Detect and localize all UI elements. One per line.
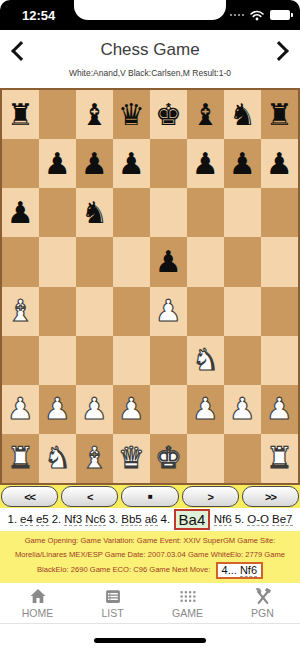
- move-link[interactable]: e4: [20, 513, 33, 526]
- move-link[interactable]: a6: [145, 513, 158, 526]
- square-d8[interactable]: ♛: [113, 90, 150, 139]
- piece-n: ♞: [81, 198, 108, 228]
- square-a2[interactable]: ♟: [2, 385, 39, 434]
- piece-p: ♟: [44, 149, 71, 179]
- square-f4[interactable]: [187, 287, 224, 336]
- square-b8[interactable]: [39, 90, 76, 139]
- piece-p: ♟: [155, 247, 182, 277]
- game-info-box: Game Opening: Game Variation: Game Event…: [0, 531, 300, 583]
- square-g1[interactable]: [224, 434, 261, 483]
- first-move-button[interactable]: <<: [1, 486, 58, 507]
- square-c3[interactable]: [76, 336, 113, 385]
- square-g4[interactable]: [224, 287, 261, 336]
- playback-controls: <<<■>>>: [0, 485, 300, 508]
- piece-P: ♟: [229, 394, 256, 424]
- piece-p: ♟: [118, 149, 145, 179]
- piece-P: ♟: [7, 394, 34, 424]
- app-screen: 12:54 Chess Game White:Anand,V Black:Car…: [0, 0, 300, 649]
- square-a5[interactable]: [2, 237, 39, 286]
- piece-p: ♟: [81, 149, 108, 179]
- square-e6[interactable]: [150, 188, 187, 237]
- square-f3[interactable]: ♞: [187, 336, 224, 385]
- square-h3[interactable]: [261, 336, 298, 385]
- notch: [74, 0, 226, 20]
- square-b4[interactable]: [39, 287, 76, 336]
- square-e4[interactable]: ♟: [150, 287, 187, 336]
- piece-p: ♟: [266, 149, 293, 179]
- tab-label: GAME: [172, 607, 203, 619]
- square-h4[interactable]: [261, 287, 298, 336]
- piece-r: ♜: [266, 100, 293, 130]
- piece-P: ♟: [192, 394, 219, 424]
- square-d3[interactable]: [113, 336, 150, 385]
- players-line: White:Anand,V Black:Carlsen,M Result:1-0: [0, 68, 300, 78]
- tools-icon: [254, 588, 272, 605]
- tab-game[interactable]: GAME: [150, 588, 225, 619]
- square-e7[interactable]: [150, 139, 187, 188]
- info-line: Morelia/Linares MEX/ESP Game Date: 2007.…: [6, 548, 294, 562]
- piece-P: ♟: [81, 394, 108, 424]
- tab-bar-divider: [0, 623, 300, 624]
- current-move[interactable]: Ba4: [174, 509, 211, 530]
- move-link[interactable]: Nf3: [64, 513, 82, 526]
- tab-label: HOME: [22, 607, 54, 619]
- square-h8[interactable]: ♜: [261, 90, 298, 139]
- move-link[interactable]: e5: [36, 513, 49, 526]
- move-number: 3.: [109, 513, 119, 525]
- nav-bar: Chess Game: [0, 36, 300, 64]
- square-c1[interactable]: ♝: [76, 434, 113, 483]
- move-link[interactable]: Bb5: [121, 513, 141, 526]
- tab-list[interactable]: LIST: [75, 588, 150, 619]
- home-indicator: [94, 638, 206, 643]
- square-f6[interactable]: [187, 188, 224, 237]
- page-title: Chess Game: [0, 40, 300, 60]
- move-number: 1.: [8, 513, 18, 525]
- tab-label: PGN: [251, 607, 274, 619]
- square-b6[interactable]: [39, 188, 76, 237]
- square-d1[interactable]: ♛: [113, 434, 150, 483]
- move-number: 5.: [235, 513, 245, 525]
- status-time: 12:54: [22, 8, 55, 23]
- square-a4[interactable]: ♝: [2, 287, 39, 336]
- move-link[interactable]: Nf6: [214, 513, 232, 526]
- piece-Q: ♛: [118, 443, 145, 473]
- piece-n: ♞: [229, 100, 256, 130]
- square-e1[interactable]: ♚: [150, 434, 187, 483]
- stop-move-button[interactable]: ■: [121, 486, 178, 507]
- square-e2[interactable]: [150, 385, 187, 434]
- square-c7[interactable]: ♟: [76, 139, 113, 188]
- piece-B: ♝: [7, 296, 34, 326]
- move-number: 4.: [161, 513, 171, 525]
- piece-b: ♝: [81, 100, 108, 130]
- square-f2[interactable]: ♟: [187, 385, 224, 434]
- square-d4[interactable]: [113, 287, 150, 336]
- square-h1[interactable]: ♜: [261, 434, 298, 483]
- info-line: BlackElo: 2690 Game ECO: C96 Game Next M…: [6, 562, 294, 579]
- piece-N: ♞: [44, 443, 71, 473]
- status-bar: 12:54: [0, 0, 300, 30]
- piece-r: ♜: [7, 100, 34, 130]
- prev-move-button[interactable]: <: [61, 486, 118, 507]
- square-h5[interactable]: [261, 237, 298, 286]
- square-h7[interactable]: ♟: [261, 139, 298, 188]
- square-b1[interactable]: ♞: [39, 434, 76, 483]
- next-move-chip[interactable]: 4... Nf6: [216, 562, 263, 579]
- square-f7[interactable]: ♟: [187, 139, 224, 188]
- home-icon: [29, 588, 47, 605]
- square-a1[interactable]: ♜: [2, 434, 39, 483]
- square-d2[interactable]: ♟: [113, 385, 150, 434]
- square-a3[interactable]: [2, 336, 39, 385]
- square-c4[interactable]: [76, 287, 113, 336]
- square-b2[interactable]: ♟: [39, 385, 76, 434]
- move-link[interactable]: Nc6: [85, 513, 105, 526]
- piece-k: ♚: [155, 100, 182, 130]
- tab-label: LIST: [101, 607, 123, 619]
- square-f5[interactable]: [187, 237, 224, 286]
- square-g5[interactable]: [224, 237, 261, 286]
- square-b3[interactable]: [39, 336, 76, 385]
- square-f1[interactable]: [187, 434, 224, 483]
- square-g7[interactable]: ♟: [224, 139, 261, 188]
- chess-board: ♜♝♛♚♝♞♜♟♟♟♟♟♟♟♞♟♝♟♞♟♟♟♟♟♟♟♜♞♝♛♚♜: [0, 88, 300, 485]
- square-h6[interactable]: [261, 188, 298, 237]
- square-g8[interactable]: ♞: [224, 90, 261, 139]
- square-b7[interactable]: ♟: [39, 139, 76, 188]
- list-icon: [104, 588, 122, 605]
- square-d7[interactable]: ♟: [113, 139, 150, 188]
- square-a6[interactable]: ♟: [2, 188, 39, 237]
- square-a8[interactable]: ♜: [2, 90, 39, 139]
- tab-home[interactable]: HOME: [0, 588, 75, 619]
- piece-p: ♟: [229, 149, 256, 179]
- piece-q: ♛: [118, 100, 145, 130]
- piece-b: ♝: [192, 100, 219, 130]
- info-line: Game Opening: Game Variation: Game Event…: [6, 534, 294, 548]
- piece-p: ♟: [7, 198, 34, 228]
- battery-icon: [270, 10, 290, 20]
- piece-N: ♞: [192, 345, 219, 375]
- square-c5[interactable]: [76, 237, 113, 286]
- tab-bar: HOME LIST GAME: [0, 588, 300, 619]
- piece-K: ♚: [155, 443, 182, 473]
- last-move-button[interactable]: >>: [242, 486, 299, 507]
- square-g6[interactable]: [224, 188, 261, 237]
- cellular-signal-icon: [230, 14, 244, 16]
- grid-icon: [179, 588, 197, 605]
- piece-P: ♟: [155, 296, 182, 326]
- square-e8[interactable]: ♚: [150, 90, 187, 139]
- move-list: 1.e4e52.Nf3Nc63.Bb5a64.Ba4Nf65.O-OBe7: [0, 509, 300, 530]
- piece-P: ♟: [266, 394, 293, 424]
- square-e5[interactable]: ♟: [150, 237, 187, 286]
- move-link[interactable]: Be7: [272, 513, 292, 526]
- piece-p: ♟: [192, 149, 219, 179]
- square-h2[interactable]: ♟: [261, 385, 298, 434]
- move-link[interactable]: O-O: [247, 513, 269, 526]
- square-b5[interactable]: [39, 237, 76, 286]
- square-e3[interactable]: [150, 336, 187, 385]
- square-c2[interactable]: ♟: [76, 385, 113, 434]
- piece-P: ♟: [118, 394, 145, 424]
- square-d6[interactable]: [113, 188, 150, 237]
- square-g2[interactable]: ♟: [224, 385, 261, 434]
- piece-R: ♜: [266, 443, 293, 473]
- wifi-icon: [249, 9, 265, 21]
- square-g3[interactable]: [224, 336, 261, 385]
- square-c6[interactable]: ♞: [76, 188, 113, 237]
- move-number: 2.: [52, 513, 62, 525]
- square-d5[interactable]: [113, 237, 150, 286]
- square-f8[interactable]: ♝: [187, 90, 224, 139]
- piece-P: ♟: [44, 394, 71, 424]
- square-c8[interactable]: ♝: [76, 90, 113, 139]
- tab-pgn[interactable]: PGN: [225, 588, 300, 619]
- square-a7[interactable]: [2, 139, 39, 188]
- piece-R: ♜: [7, 443, 34, 473]
- next-move-button[interactable]: >: [182, 486, 239, 507]
- piece-B: ♝: [81, 443, 108, 473]
